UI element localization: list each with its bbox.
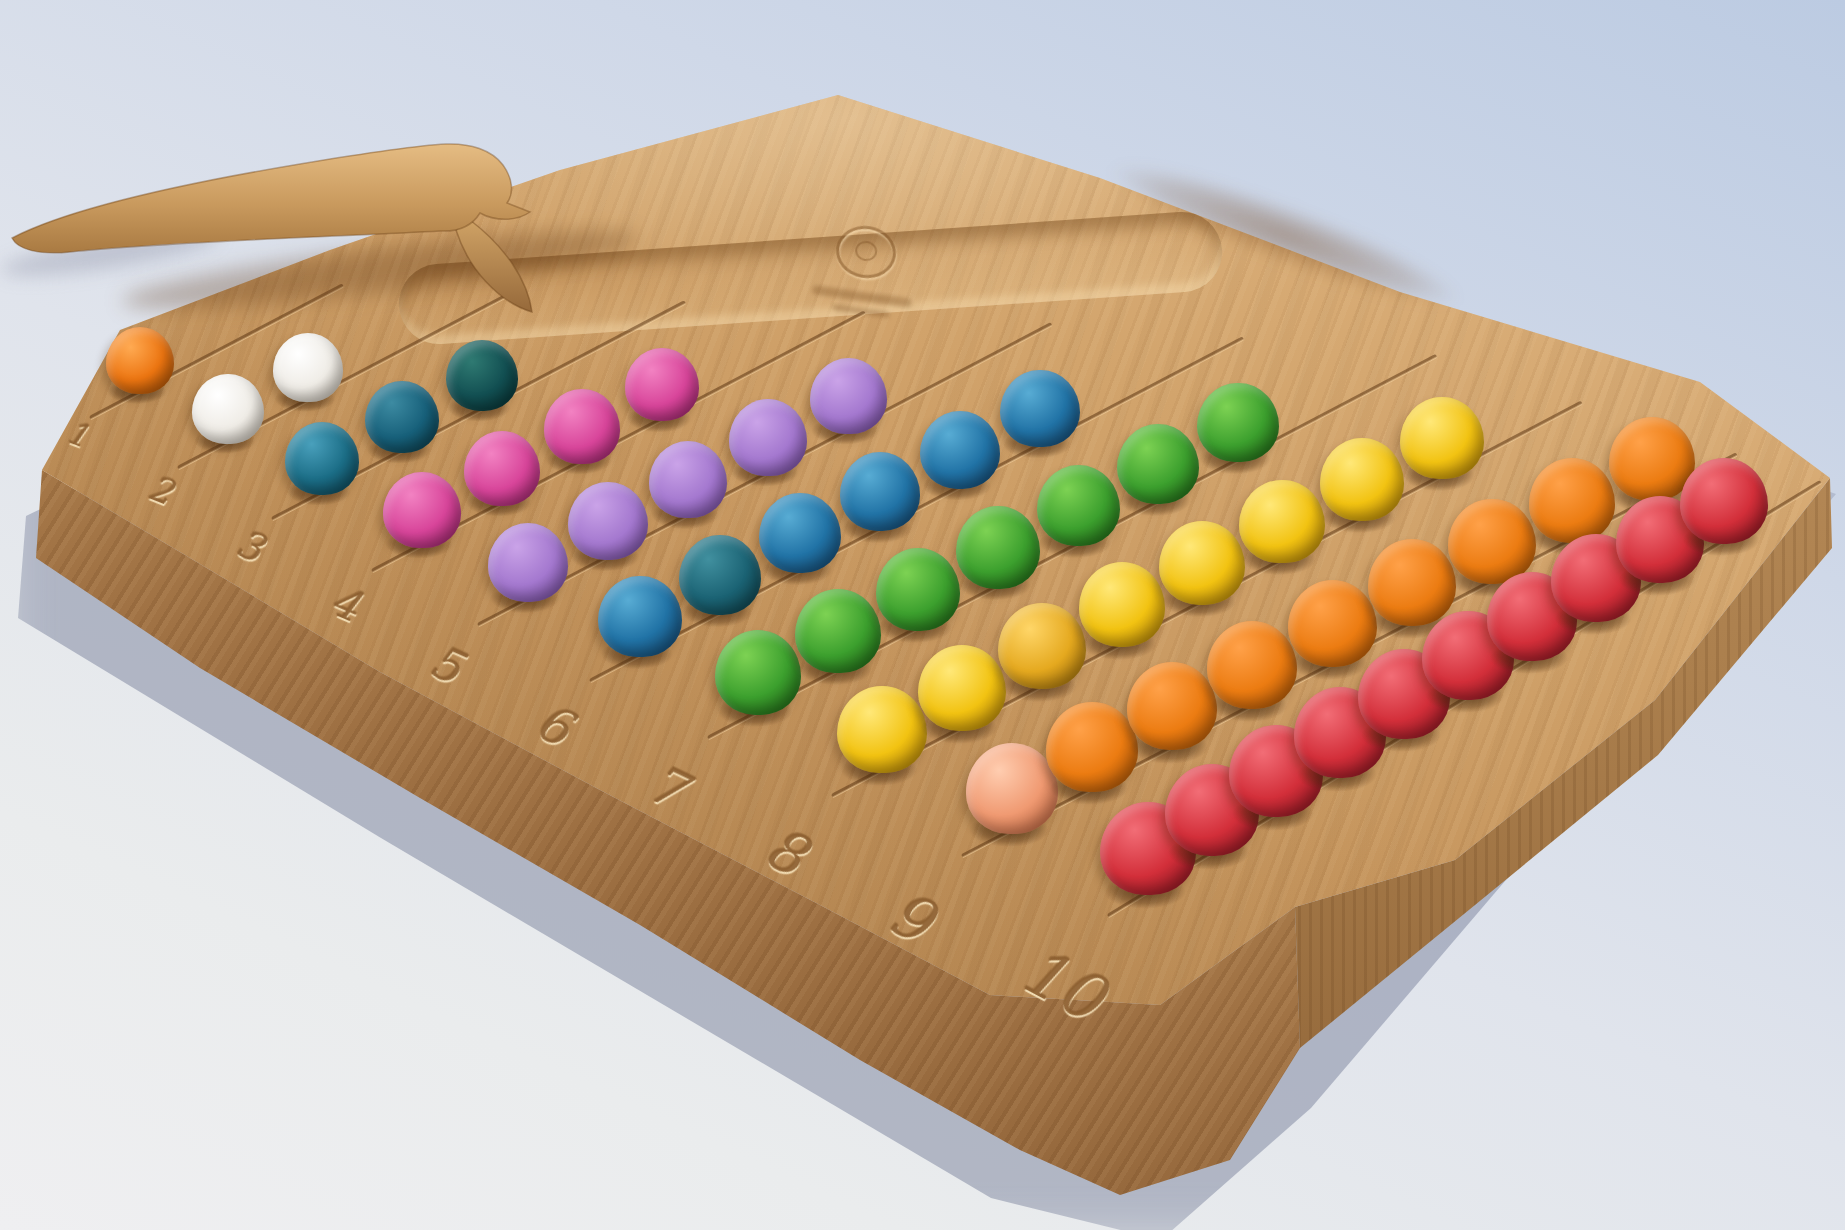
bird-pointer-stick[interactable] — [12, 144, 530, 253]
bird-pointer-fin[interactable] — [456, 220, 532, 312]
counting-board-scene: 12345678910 — [0, 0, 1845, 1230]
bird-pointer[interactable] — [0, 0, 1845, 1230]
